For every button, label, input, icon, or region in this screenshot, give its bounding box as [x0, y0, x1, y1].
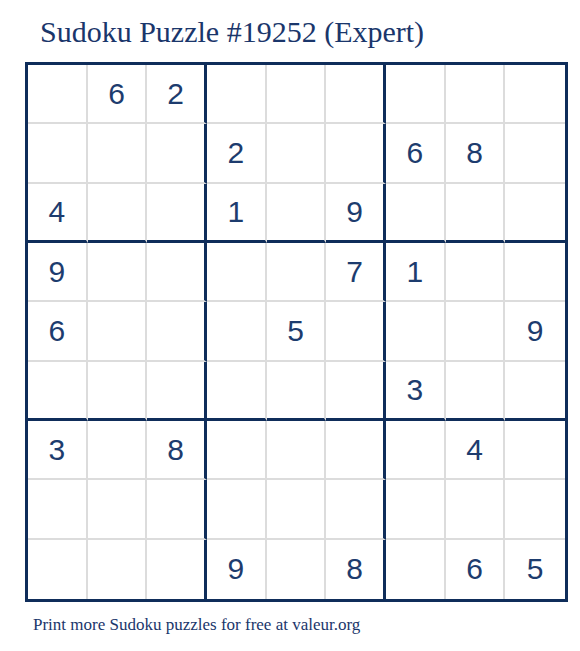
cell-r5c8 [446, 302, 506, 361]
cell-r3c2 [88, 184, 148, 243]
cell-r2c7: 6 [386, 124, 446, 183]
cell-r8c2 [88, 480, 148, 539]
cell-r7c3: 8 [147, 421, 207, 480]
cell-r1c8 [446, 65, 506, 124]
cell-r5c6 [326, 302, 386, 361]
cell-r4c2 [88, 243, 148, 302]
cell-r8c3 [147, 480, 207, 539]
cell-r3c7 [386, 184, 446, 243]
cell-r1c6 [326, 65, 386, 124]
cell-r2c3 [147, 124, 207, 183]
cell-r3c1: 4 [28, 184, 88, 243]
cell-r1c3: 2 [147, 65, 207, 124]
cell-r7c4 [207, 421, 267, 480]
cell-r4c6: 7 [326, 243, 386, 302]
cell-r6c8 [446, 362, 506, 421]
cell-r5c1: 6 [28, 302, 88, 361]
cell-r9c2 [88, 540, 148, 599]
cell-r3c6: 9 [326, 184, 386, 243]
cell-r1c9 [505, 65, 565, 124]
cell-r4c5 [267, 243, 327, 302]
cell-r6c2 [88, 362, 148, 421]
cell-r7c7 [386, 421, 446, 480]
cell-r5c2 [88, 302, 148, 361]
cell-r3c8 [446, 184, 506, 243]
cell-r2c5 [267, 124, 327, 183]
cell-r4c1: 9 [28, 243, 88, 302]
cell-r7c5 [267, 421, 327, 480]
cell-r1c2: 6 [88, 65, 148, 124]
cell-r2c6 [326, 124, 386, 183]
cell-r7c6 [326, 421, 386, 480]
cell-r8c1 [28, 480, 88, 539]
cell-r5c7 [386, 302, 446, 361]
cell-r4c4 [207, 243, 267, 302]
cell-r5c9: 9 [505, 302, 565, 361]
page-title: Sudoku Puzzle #19252 (Expert) [40, 15, 424, 49]
cell-r7c9 [505, 421, 565, 480]
cell-r9c7 [386, 540, 446, 599]
cell-r8c9 [505, 480, 565, 539]
cell-r9c6: 8 [326, 540, 386, 599]
cell-r2c4: 2 [207, 124, 267, 183]
cell-r6c5 [267, 362, 327, 421]
sudoku-board: 6226841997165933849865 [25, 62, 568, 602]
cell-r9c8: 6 [446, 540, 506, 599]
cell-r1c5 [267, 65, 327, 124]
cell-r7c8: 4 [446, 421, 506, 480]
cell-r5c3 [147, 302, 207, 361]
cell-r6c9 [505, 362, 565, 421]
footer-text: Print more Sudoku puzzles for free at va… [33, 613, 360, 637]
cell-r7c2 [88, 421, 148, 480]
cell-r8c6 [326, 480, 386, 539]
cell-r1c1 [28, 65, 88, 124]
cell-r5c4 [207, 302, 267, 361]
cell-r9c4: 9 [207, 540, 267, 599]
cell-r6c3 [147, 362, 207, 421]
cell-r8c4 [207, 480, 267, 539]
cell-r2c9 [505, 124, 565, 183]
cell-r4c9 [505, 243, 565, 302]
cell-r9c9: 5 [505, 540, 565, 599]
cell-r6c1 [28, 362, 88, 421]
cell-r1c7 [386, 65, 446, 124]
cell-r8c8 [446, 480, 506, 539]
cell-r2c1 [28, 124, 88, 183]
cell-r3c4: 1 [207, 184, 267, 243]
cell-r8c5 [267, 480, 327, 539]
cell-r2c2 [88, 124, 148, 183]
cell-r9c1 [28, 540, 88, 599]
sudoku-page: Sudoku Puzzle #19252 (Expert) 6226841997… [0, 0, 580, 651]
cell-r4c3 [147, 243, 207, 302]
cell-r1c4 [207, 65, 267, 124]
cell-r6c4 [207, 362, 267, 421]
cell-r6c6 [326, 362, 386, 421]
cell-r7c1: 3 [28, 421, 88, 480]
cell-r4c8 [446, 243, 506, 302]
cell-r3c5 [267, 184, 327, 243]
cell-r2c8: 8 [446, 124, 506, 183]
cell-r4c7: 1 [386, 243, 446, 302]
cell-r6c7: 3 [386, 362, 446, 421]
cell-r8c7 [386, 480, 446, 539]
cell-r9c3 [147, 540, 207, 599]
cell-r5c5: 5 [267, 302, 327, 361]
cell-r3c9 [505, 184, 565, 243]
cell-r3c3 [147, 184, 207, 243]
cell-r9c5 [267, 540, 327, 599]
